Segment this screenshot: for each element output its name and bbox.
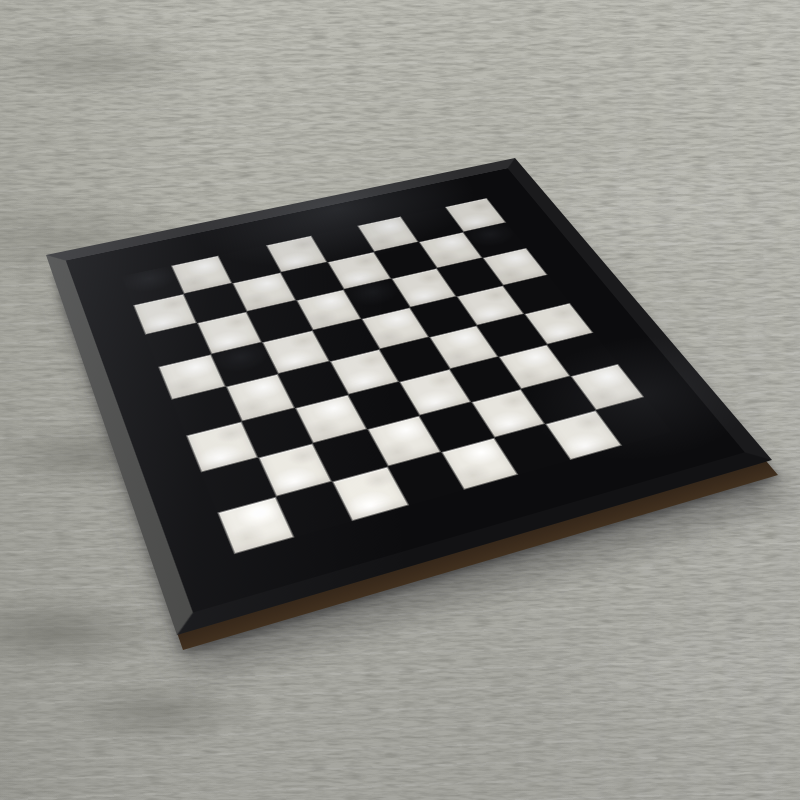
scene xyxy=(0,0,800,800)
